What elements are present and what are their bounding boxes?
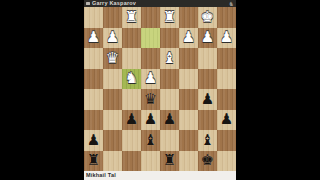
square-a6[interactable]: ♟ xyxy=(217,110,236,131)
black-pawn[interactable]: ♟ xyxy=(87,133,100,148)
square-b3[interactable] xyxy=(198,48,217,69)
square-f8[interactable] xyxy=(122,151,141,172)
black-queen[interactable]: ♛ xyxy=(144,92,157,107)
square-c6[interactable] xyxy=(179,110,198,131)
white-knight[interactable]: ♞ xyxy=(125,71,138,86)
square-c8[interactable] xyxy=(179,151,198,172)
square-e4[interactable]: ♟ xyxy=(141,69,160,90)
square-e1[interactable] xyxy=(141,7,160,28)
black-rook[interactable]: ♜ xyxy=(87,153,100,168)
square-g2[interactable]: ♟ xyxy=(103,28,122,49)
square-e6[interactable]: ♟ xyxy=(141,110,160,131)
square-c2[interactable]: ♟ xyxy=(179,28,198,49)
black-bishop[interactable]: ♝ xyxy=(201,133,214,148)
square-c3[interactable] xyxy=(179,48,198,69)
square-c5[interactable] xyxy=(179,89,198,110)
black-pawn[interactable]: ♟ xyxy=(144,112,157,127)
black-pawn[interactable]: ♟ xyxy=(163,112,176,127)
square-a8[interactable] xyxy=(217,151,236,172)
black-king[interactable]: ♚ xyxy=(201,153,214,168)
knight-icon: ♞ xyxy=(229,0,234,7)
square-c1[interactable] xyxy=(179,7,198,28)
square-a5[interactable] xyxy=(217,89,236,110)
black-pawn[interactable]: ♟ xyxy=(201,92,214,107)
square-b7[interactable]: ♝ xyxy=(198,130,217,151)
square-d4[interactable] xyxy=(160,69,179,90)
square-f3[interactable] xyxy=(122,48,141,69)
black-pawn[interactable]: ♟ xyxy=(125,112,138,127)
square-h1[interactable] xyxy=(84,7,103,28)
white-rook[interactable]: ♜ xyxy=(163,10,176,25)
square-a7[interactable] xyxy=(217,130,236,151)
square-c7[interactable] xyxy=(179,130,198,151)
white-rook[interactable]: ♜ xyxy=(125,10,138,25)
square-g3[interactable]: ♛ xyxy=(103,48,122,69)
square-f6[interactable]: ♟ xyxy=(122,110,141,131)
square-d3[interactable]: ♝ xyxy=(160,48,179,69)
chess-board: ♜♜♚♟♟♟♟♟♛♝♞♟♛♟♟♟♟♟♟♝♝♜♜♚ xyxy=(84,7,236,171)
bottom-player-name: Mikhail Tal xyxy=(86,171,116,180)
white-bishop[interactable]: ♝ xyxy=(163,51,176,66)
square-e5[interactable]: ♛ xyxy=(141,89,160,110)
square-f2[interactable] xyxy=(122,28,141,49)
white-queen[interactable]: ♛ xyxy=(106,51,119,66)
square-a2[interactable]: ♟ xyxy=(217,28,236,49)
square-h8[interactable]: ♜ xyxy=(84,151,103,172)
square-a1[interactable] xyxy=(217,7,236,28)
square-b1[interactable]: ♚ xyxy=(198,7,217,28)
square-d8[interactable]: ♜ xyxy=(160,151,179,172)
square-g6[interactable] xyxy=(103,110,122,131)
square-d6[interactable]: ♟ xyxy=(160,110,179,131)
white-pawn[interactable]: ♟ xyxy=(106,30,119,45)
square-c4[interactable] xyxy=(179,69,198,90)
square-h7[interactable]: ♟ xyxy=(84,130,103,151)
white-pawn[interactable]: ♟ xyxy=(220,30,233,45)
chess-app-panel: Garry Kasparov ♞ ♜♜♚♟♟♟♟♟♛♝♞♟♛♟♟♟♟♟♟♝♝♜♜… xyxy=(84,0,236,180)
square-e7[interactable]: ♝ xyxy=(141,130,160,151)
bottom-player-bar: Mikhail Tal xyxy=(84,171,236,180)
white-king[interactable]: ♚ xyxy=(201,10,214,25)
square-e8[interactable] xyxy=(141,151,160,172)
black-pawn[interactable]: ♟ xyxy=(220,112,233,127)
square-g5[interactable] xyxy=(103,89,122,110)
square-e2[interactable] xyxy=(141,28,160,49)
black-rook[interactable]: ♜ xyxy=(163,153,176,168)
square-d5[interactable] xyxy=(160,89,179,110)
square-h3[interactable] xyxy=(84,48,103,69)
white-pawn[interactable]: ♟ xyxy=(201,30,214,45)
square-b6[interactable] xyxy=(198,110,217,131)
square-e3[interactable] xyxy=(141,48,160,69)
square-g8[interactable] xyxy=(103,151,122,172)
black-bishop[interactable]: ♝ xyxy=(144,133,157,148)
square-f4[interactable]: ♞ xyxy=(122,69,141,90)
square-g4[interactable] xyxy=(103,69,122,90)
square-a3[interactable] xyxy=(217,48,236,69)
white-pawn[interactable]: ♟ xyxy=(87,30,100,45)
square-b2[interactable]: ♟ xyxy=(198,28,217,49)
square-h6[interactable] xyxy=(84,110,103,131)
square-g7[interactable] xyxy=(103,130,122,151)
square-h5[interactable] xyxy=(84,89,103,110)
video-frame: Garry Kasparov ♞ ♜♜♚♟♟♟♟♟♛♝♞♟♛♟♟♟♟♟♟♝♝♜♜… xyxy=(0,0,320,180)
square-f1[interactable]: ♜ xyxy=(122,7,141,28)
white-pawn[interactable]: ♟ xyxy=(182,30,195,45)
square-f5[interactable] xyxy=(122,89,141,110)
square-h4[interactable] xyxy=(84,69,103,90)
square-h2[interactable]: ♟ xyxy=(84,28,103,49)
square-b5[interactable]: ♟ xyxy=(198,89,217,110)
square-g1[interactable] xyxy=(103,7,122,28)
square-d7[interactable] xyxy=(160,130,179,151)
square-a4[interactable] xyxy=(217,69,236,90)
white-pawn[interactable]: ♟ xyxy=(144,71,157,86)
square-b4[interactable] xyxy=(198,69,217,90)
square-d2[interactable] xyxy=(160,28,179,49)
top-player-bar: Garry Kasparov ♞ xyxy=(84,0,236,7)
letterbox-left xyxy=(0,0,84,180)
flag-icon xyxy=(86,2,90,5)
square-d1[interactable]: ♜ xyxy=(160,7,179,28)
square-b8[interactable]: ♚ xyxy=(198,151,217,172)
letterbox-right xyxy=(236,0,320,180)
square-f7[interactable] xyxy=(122,130,141,151)
top-player-name: Garry Kasparov xyxy=(92,0,136,7)
